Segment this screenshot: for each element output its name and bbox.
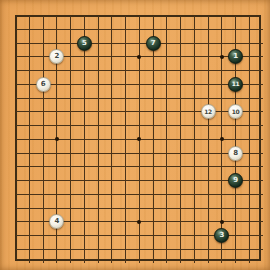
go-board-screenshot: 123456789101112 — [0, 0, 270, 270]
move-number: 10 — [232, 109, 239, 115]
stone-black-1-r16[interactable]: 1 — [228, 49, 243, 64]
stone-black-9-r7[interactable]: 9 — [228, 173, 243, 188]
stone-white-2-d16[interactable]: 2 — [49, 49, 64, 64]
stone-white-6-c14[interactable]: 6 — [36, 77, 51, 92]
stone-white-4-d4[interactable]: 4 — [49, 214, 64, 229]
move-number: 6 — [41, 81, 45, 88]
move-number: 8 — [233, 150, 237, 157]
stone-grid[interactable]: 123456789101112 — [9, 9, 270, 270]
move-number: 4 — [55, 218, 59, 225]
go-board[interactable]: 123456789101112 — [0, 0, 270, 270]
move-number: 7 — [151, 40, 155, 47]
move-number: 1 — [233, 53, 237, 60]
move-number: 5 — [82, 40, 86, 47]
stone-black-7-l17[interactable]: 7 — [146, 36, 161, 51]
move-number: 11 — [232, 81, 239, 87]
stone-white-8-r9[interactable]: 8 — [228, 146, 243, 161]
move-number: 2 — [55, 53, 59, 60]
stone-white-12-p12[interactable]: 12 — [201, 104, 216, 119]
move-number: 12 — [204, 109, 211, 115]
move-number: 3 — [220, 232, 224, 239]
stone-white-10-r12[interactable]: 10 — [228, 104, 243, 119]
stone-black-3-q3[interactable]: 3 — [214, 228, 229, 243]
stone-black-5-f17[interactable]: 5 — [77, 36, 92, 51]
stone-black-11-r14[interactable]: 11 — [228, 77, 243, 92]
move-number: 9 — [233, 177, 237, 184]
